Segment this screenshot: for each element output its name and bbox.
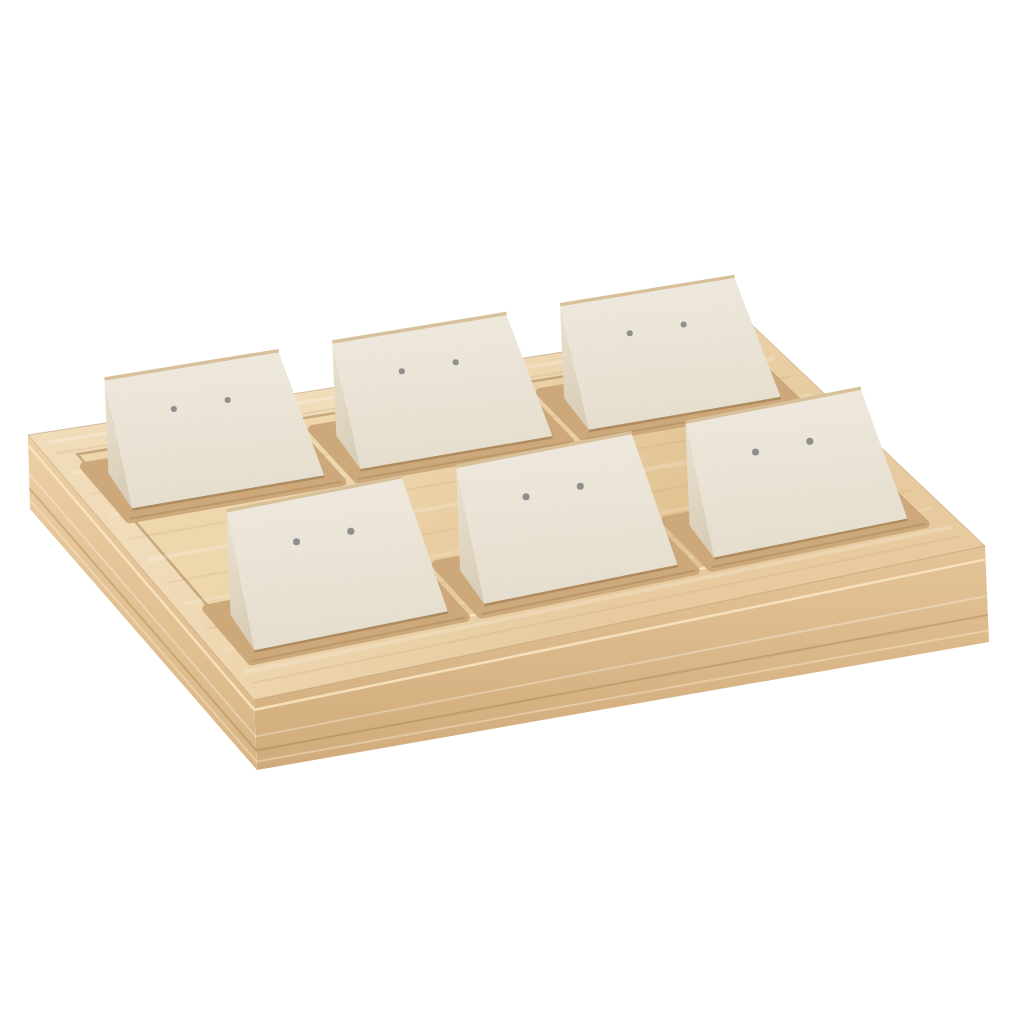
earring-hole-right [681,321,687,327]
scene-svg [0,0,1024,1024]
earring-hole-left [171,406,177,412]
earring-hole-right [806,438,813,445]
earring-hole-right [347,528,354,535]
earring-hole-left [399,368,405,374]
earring-display-tray-photo [0,0,1024,1024]
earring-hole-left [523,493,530,500]
earring-hole-right [225,397,231,403]
earring-hole-right [453,359,459,365]
earring-hole-left [627,330,633,336]
earring-hole-left [293,538,300,545]
earring-hole-left [752,448,759,455]
earring-hole-right [577,483,584,490]
